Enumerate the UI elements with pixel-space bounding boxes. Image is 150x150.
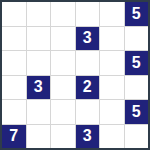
cell-r4c1[interactable] [2,76,26,100]
cell-r2c2[interactable] [27,27,51,51]
cell-r5c5[interactable] [100,100,124,124]
cell-r1c4[interactable] [76,2,100,26]
cell-r6c2[interactable] [27,125,51,149]
cell-r6c5[interactable] [100,125,124,149]
cell-r2c5[interactable] [100,27,124,51]
cell-r5c3[interactable] [51,100,75,124]
clue-cell-r2c4: 3 [76,27,100,51]
clue-cell-r5c6: 5 [125,100,149,124]
clue-cell-r1c6: 5 [125,2,149,26]
cell-r1c2[interactable] [27,2,51,26]
cell-r6c6[interactable] [125,125,149,149]
cell-r1c5[interactable] [100,2,124,26]
clue-cell-r6c1: 7 [2,125,26,149]
clue-cell-r4c2: 3 [27,76,51,100]
puzzle-board: 53532573 [0,0,150,150]
cell-r2c6[interactable] [125,27,149,51]
cell-r4c3[interactable] [51,76,75,100]
cell-r3c1[interactable] [2,51,26,75]
cell-r3c2[interactable] [27,51,51,75]
cell-r3c3[interactable] [51,51,75,75]
cell-r5c4[interactable] [76,100,100,124]
cell-r3c5[interactable] [100,51,124,75]
cell-r1c3[interactable] [51,2,75,26]
cell-r5c1[interactable] [2,100,26,124]
cell-r2c1[interactable] [2,27,26,51]
cell-r5c2[interactable] [27,100,51,124]
cell-r4c5[interactable] [100,76,124,100]
cell-r4c6[interactable] [125,76,149,100]
clue-cell-r6c4: 3 [76,125,100,149]
cell-r6c3[interactable] [51,125,75,149]
cell-r2c3[interactable] [51,27,75,51]
clue-cell-r3c6: 5 [125,51,149,75]
cell-r3c4[interactable] [76,51,100,75]
clue-cell-r4c4: 2 [76,76,100,100]
cell-r1c1[interactable] [2,2,26,26]
